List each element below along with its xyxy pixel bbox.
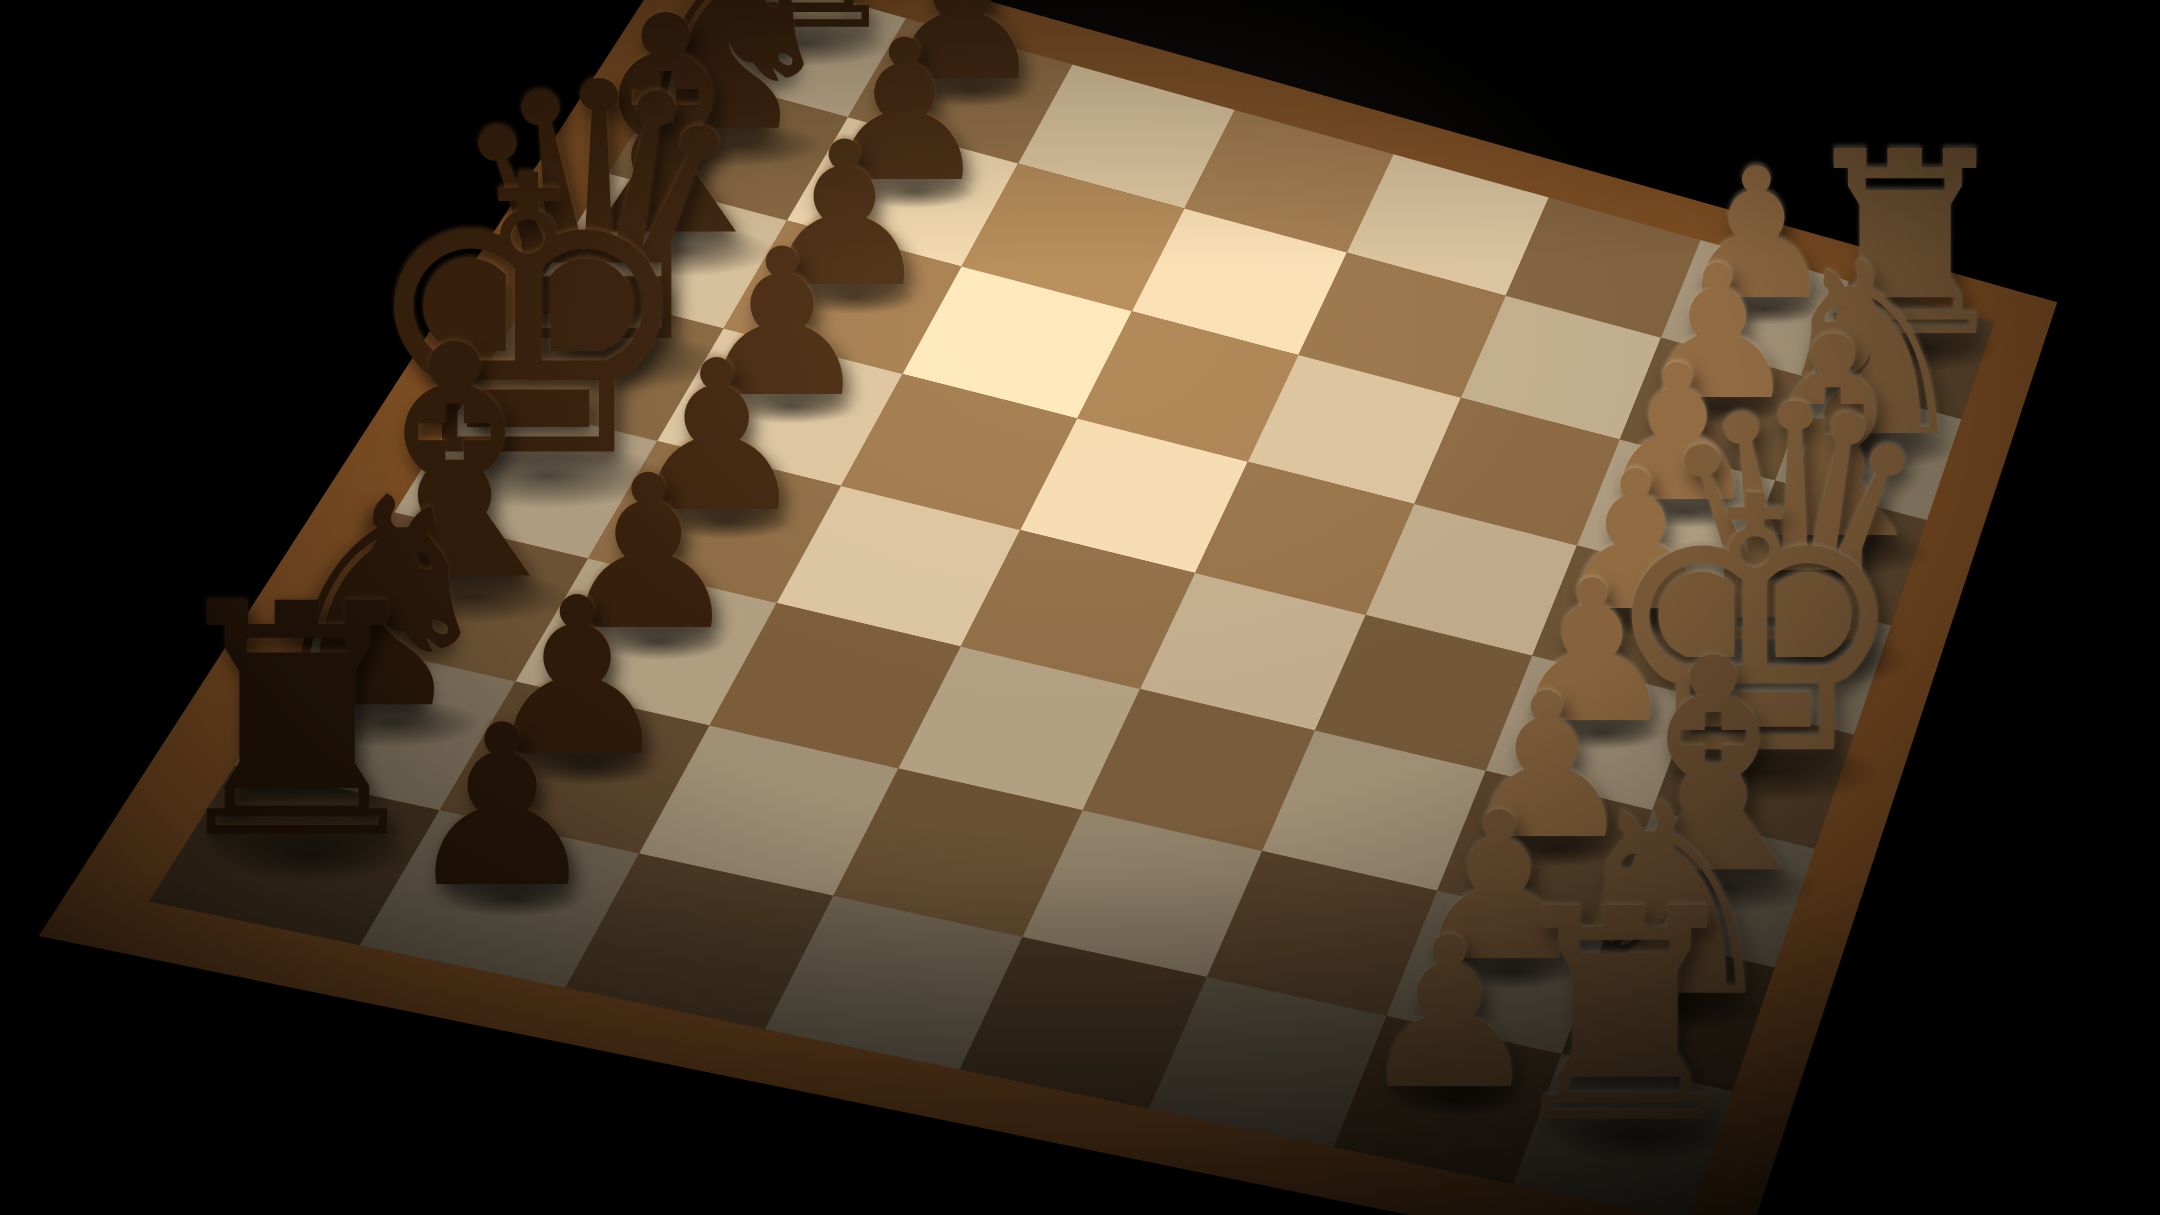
piece-black-pawn-h7[interactable]: ♟ [402,696,602,919]
pieces-layer: ♜♞♝♛♚♝♞♜♟♟♟♟♟♟♟♟♟♟♟♟♟♟♟♟♜♞♝♛♚♝♞♜ [0,0,2160,1215]
piece-black-rook-h8[interactable]: ♜ [153,563,440,883]
chess-scene: ♜♞♝♛♚♝♞♜♟♟♟♟♟♟♟♟♟♟♟♟♟♟♟♟♜♞♝♛♚♝♞♜ Photore… [0,0,2160,1215]
piece-white-rook-h1[interactable]: ♜ [1494,871,1756,1163]
